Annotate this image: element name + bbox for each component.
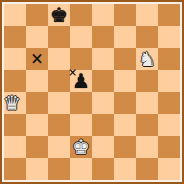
square-c7[interactable] xyxy=(48,26,70,48)
square-a5[interactable] xyxy=(4,70,26,92)
square-g4[interactable] xyxy=(136,92,158,114)
square-g3[interactable] xyxy=(136,114,158,136)
square-b3[interactable] xyxy=(26,114,48,136)
square-a2[interactable] xyxy=(4,136,26,158)
square-e2[interactable] xyxy=(92,136,114,158)
square-c4[interactable] xyxy=(48,92,70,114)
square-h3[interactable] xyxy=(158,114,180,136)
square-a3[interactable] xyxy=(4,114,26,136)
square-b4[interactable] xyxy=(26,92,48,114)
square-h4[interactable] xyxy=(158,92,180,114)
square-f5[interactable] xyxy=(114,70,136,92)
square-b5[interactable] xyxy=(26,70,48,92)
square-e8[interactable] xyxy=(92,4,114,26)
square-g6[interactable]: ♞ xyxy=(136,48,158,70)
square-h2[interactable] xyxy=(158,136,180,158)
square-e1[interactable] xyxy=(92,158,114,180)
square-c3[interactable] xyxy=(48,114,70,136)
square-d7[interactable] xyxy=(70,26,92,48)
square-e6[interactable] xyxy=(92,48,114,70)
square-c1[interactable] xyxy=(48,158,70,180)
square-f6[interactable] xyxy=(114,48,136,70)
square-d1[interactable] xyxy=(70,158,92,180)
square-e7[interactable] xyxy=(92,26,114,48)
square-a8[interactable] xyxy=(4,4,26,26)
piece-white-queen[interactable]: ♛ xyxy=(1,92,23,114)
square-h1[interactable] xyxy=(158,158,180,180)
square-g8[interactable] xyxy=(136,4,158,26)
square-f3[interactable] xyxy=(114,114,136,136)
square-b6[interactable]: × xyxy=(26,48,48,70)
square-d3[interactable] xyxy=(70,114,92,136)
chess-board[interactable]: ♚×♞♟×♛♚ xyxy=(4,4,180,180)
square-h5[interactable] xyxy=(158,70,180,92)
piece-white-knight[interactable]: ♞ xyxy=(136,48,158,70)
square-f8[interactable] xyxy=(114,4,136,26)
square-a7[interactable] xyxy=(4,26,26,48)
square-e5[interactable] xyxy=(92,70,114,92)
square-e3[interactable] xyxy=(92,114,114,136)
square-a6[interactable] xyxy=(4,48,26,70)
square-b7[interactable] xyxy=(26,26,48,48)
piece-white-king[interactable]: ♚ xyxy=(70,136,92,158)
square-f1[interactable] xyxy=(114,158,136,180)
square-b8[interactable] xyxy=(26,4,48,26)
square-g5[interactable] xyxy=(136,70,158,92)
square-e4[interactable] xyxy=(92,92,114,114)
square-f7[interactable] xyxy=(114,26,136,48)
cross-mark-large: × xyxy=(26,48,48,70)
board-inner-line: ♚×♞♟×♛♚ xyxy=(2,2,182,182)
piece-black-king[interactable]: ♚ xyxy=(48,4,70,26)
cross-mark-small: × xyxy=(68,67,77,78)
square-d8[interactable] xyxy=(70,4,92,26)
square-h7[interactable] xyxy=(158,26,180,48)
square-c6[interactable] xyxy=(48,48,70,70)
square-c8[interactable]: ♚ xyxy=(48,4,70,26)
square-g2[interactable] xyxy=(136,136,158,158)
square-b2[interactable] xyxy=(26,136,48,158)
square-h6[interactable] xyxy=(158,48,180,70)
square-d4[interactable] xyxy=(70,92,92,114)
square-f4[interactable] xyxy=(114,92,136,114)
square-g7[interactable] xyxy=(136,26,158,48)
square-h8[interactable] xyxy=(158,4,180,26)
square-d2[interactable]: ♚ xyxy=(70,136,92,158)
square-c5[interactable] xyxy=(48,70,70,92)
square-f2[interactable] xyxy=(114,136,136,158)
board-frame: ♚×♞♟×♛♚ xyxy=(0,0,184,184)
square-b1[interactable] xyxy=(26,158,48,180)
square-a4[interactable]: ♛ xyxy=(4,92,26,114)
square-a1[interactable] xyxy=(4,158,26,180)
square-g1[interactable] xyxy=(136,158,158,180)
square-c2[interactable] xyxy=(48,136,70,158)
square-d5[interactable]: ♟× xyxy=(70,70,92,92)
